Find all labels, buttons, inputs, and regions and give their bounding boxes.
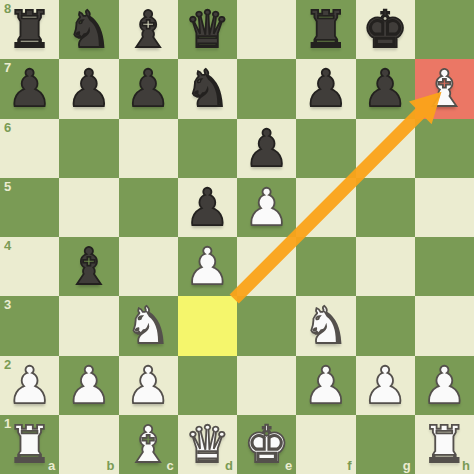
square-g1[interactable]: g [356,415,415,474]
file-label-f: f [347,458,351,473]
square-g3[interactable] [356,296,415,355]
piece-white-pawn-a2[interactable]: ♟ [0,356,59,415]
piece-black-rook-a8[interactable]: ♜ [0,0,59,59]
square-g5[interactable] [356,178,415,237]
chess-board: 8♜♞♝♛♜♚7♟♟♟♞♟♟♝6♟5♟♟4♝♟3♞♞2♟♟♟♟♟♟1a♜bc♝d… [0,0,474,474]
square-a5[interactable]: 5 [0,178,59,237]
square-c7[interactable]: ♟ [119,59,178,118]
square-e8[interactable] [237,0,296,59]
piece-white-pawn-g2[interactable]: ♟ [356,356,415,415]
piece-white-rook-a1[interactable]: ♜ [0,415,59,474]
square-d6[interactable] [178,119,237,178]
square-b3[interactable] [59,296,118,355]
square-a4[interactable]: 4 [0,237,59,296]
square-d1[interactable]: d♛ [178,415,237,474]
square-f8[interactable]: ♜ [296,0,355,59]
piece-white-pawn-e5[interactable]: ♟ [237,178,296,237]
square-f1[interactable]: f [296,415,355,474]
piece-black-king-g8[interactable]: ♚ [356,0,415,59]
piece-black-bishop-b4[interactable]: ♝ [59,237,118,296]
square-a1[interactable]: 1a♜ [0,415,59,474]
square-f5[interactable] [296,178,355,237]
square-a3[interactable]: 3 [0,296,59,355]
file-label-b: b [107,458,115,473]
rank-label-3: 3 [4,297,11,312]
piece-white-knight-f3[interactable]: ♞ [296,296,355,355]
rank-label-6: 6 [4,120,11,135]
piece-white-pawn-f2[interactable]: ♟ [296,356,355,415]
square-g8[interactable]: ♚ [356,0,415,59]
square-b6[interactable] [59,119,118,178]
rank-label-5: 5 [4,179,11,194]
square-e7[interactable] [237,59,296,118]
square-b5[interactable] [59,178,118,237]
piece-black-knight-b8[interactable]: ♞ [59,0,118,59]
square-c1[interactable]: c♝ [119,415,178,474]
piece-black-pawn-f7[interactable]: ♟ [296,59,355,118]
square-g2[interactable]: ♟ [356,356,415,415]
square-e3[interactable] [237,296,296,355]
square-b1[interactable]: b [59,415,118,474]
square-a8[interactable]: 8♜ [0,0,59,59]
square-g4[interactable] [356,237,415,296]
square-d3[interactable] [178,296,237,355]
piece-black-rook-f8[interactable]: ♜ [296,0,355,59]
piece-white-pawn-b2[interactable]: ♟ [59,356,118,415]
square-h4[interactable] [415,237,474,296]
piece-black-queen-d8[interactable]: ♛ [178,0,237,59]
square-b4[interactable]: ♝ [59,237,118,296]
piece-black-pawn-b7[interactable]: ♟ [59,59,118,118]
piece-black-pawn-d5[interactable]: ♟ [178,178,237,237]
square-h8[interactable] [415,0,474,59]
square-f3[interactable]: ♞ [296,296,355,355]
square-a6[interactable]: 6 [0,119,59,178]
square-g6[interactable] [356,119,415,178]
piece-black-pawn-e6[interactable]: ♟ [237,119,296,178]
square-c4[interactable] [119,237,178,296]
square-d7[interactable]: ♞ [178,59,237,118]
piece-white-knight-c3[interactable]: ♞ [119,296,178,355]
board-squares: 8♜♞♝♛♜♚7♟♟♟♞♟♟♝6♟5♟♟4♝♟3♞♞2♟♟♟♟♟♟1a♜bc♝d… [0,0,474,474]
square-e6[interactable]: ♟ [237,119,296,178]
piece-white-queen-d1[interactable]: ♛ [178,415,237,474]
piece-white-pawn-c2[interactable]: ♟ [119,356,178,415]
file-label-g: g [403,458,411,473]
piece-black-knight-d7[interactable]: ♞ [178,59,237,118]
piece-black-pawn-a7[interactable]: ♟ [0,59,59,118]
square-a2[interactable]: 2♟ [0,356,59,415]
square-h6[interactable] [415,119,474,178]
square-e4[interactable] [237,237,296,296]
piece-black-bishop-c8[interactable]: ♝ [119,0,178,59]
square-b2[interactable]: ♟ [59,356,118,415]
square-e2[interactable] [237,356,296,415]
square-c5[interactable] [119,178,178,237]
square-f2[interactable]: ♟ [296,356,355,415]
square-b8[interactable]: ♞ [59,0,118,59]
square-d8[interactable]: ♛ [178,0,237,59]
piece-white-rook-h1[interactable]: ♜ [415,415,474,474]
rank-label-4: 4 [4,238,11,253]
square-d5[interactable]: ♟ [178,178,237,237]
square-h3[interactable] [415,296,474,355]
square-h2[interactable]: ♟ [415,356,474,415]
piece-white-bishop-c1[interactable]: ♝ [119,415,178,474]
square-c6[interactable] [119,119,178,178]
piece-white-pawn-h2[interactable]: ♟ [415,356,474,415]
piece-black-pawn-c7[interactable]: ♟ [119,59,178,118]
square-g7[interactable]: ♟ [356,59,415,118]
square-a7[interactable]: 7♟ [0,59,59,118]
square-c2[interactable]: ♟ [119,356,178,415]
square-b7[interactable]: ♟ [59,59,118,118]
square-e1[interactable]: e♚ [237,415,296,474]
piece-white-king-e1[interactable]: ♚ [237,415,296,474]
piece-white-pawn-d4[interactable]: ♟ [178,237,237,296]
piece-white-bishop-h7[interactable]: ♝ [415,59,474,118]
square-f6[interactable] [296,119,355,178]
square-h1[interactable]: h♜ [415,415,474,474]
square-f7[interactable]: ♟ [296,59,355,118]
square-c8[interactable]: ♝ [119,0,178,59]
square-c3[interactable]: ♞ [119,296,178,355]
square-e5[interactable]: ♟ [237,178,296,237]
square-h5[interactable] [415,178,474,237]
square-d4[interactable]: ♟ [178,237,237,296]
square-f4[interactable] [296,237,355,296]
square-d2[interactable] [178,356,237,415]
square-h7[interactable]: ♝ [415,59,474,118]
piece-black-pawn-g7[interactable]: ♟ [356,59,415,118]
